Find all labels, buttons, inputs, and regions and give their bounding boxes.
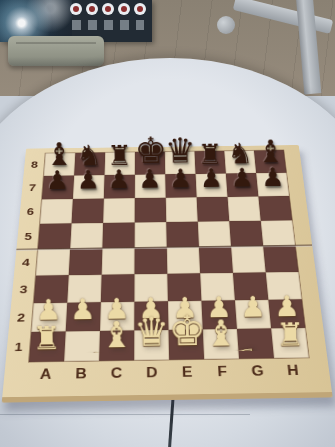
square-d4[interactable] [134,247,167,274]
photo-scene: 87654321 ABCDEFGH ♝♞♜♚♛♜♞♝♟♟♟♟♟♟♟♟♟♟♟♟♟♟… [0,0,335,447]
square-a8[interactable] [44,153,76,176]
circle-icon [118,3,130,15]
board-grid [29,150,309,362]
board-perspective-wrap: 87654321 ABCDEFGH ♝♞♜♚♛♜♞♝♟♟♟♟♟♟♟♟♟♟♟♟♟♟… [2,145,333,402]
square-e6[interactable] [166,197,198,222]
square-d7[interactable] [135,174,166,198]
square-g5[interactable] [229,221,263,247]
square-b1[interactable] [64,331,100,361]
square-e3[interactable] [167,273,201,301]
square-a7[interactable] [42,175,74,199]
circle-icon [134,3,146,15]
square-h4[interactable] [263,246,298,273]
circle-icon [70,3,82,15]
square-f4[interactable] [199,246,233,273]
rank-label-5: 5 [16,224,40,250]
grey-stand [8,36,104,66]
square-b8[interactable] [74,153,105,176]
file-label-c: C [98,361,134,388]
file-label-b: B [63,362,99,389]
square-h5[interactable] [261,220,296,246]
square-b3[interactable] [67,275,101,303]
square-d8[interactable] [135,152,165,175]
square-g3[interactable] [233,272,268,300]
square-d6[interactable] [135,198,167,223]
square-g4[interactable] [231,246,266,273]
file-label-f: F [204,360,241,386]
square-a5[interactable] [38,223,72,249]
rank-label-3: 3 [11,276,36,304]
square-f8[interactable] [195,151,226,174]
square-a4[interactable] [36,249,70,276]
rank-label-6: 6 [19,199,42,224]
square-f7[interactable] [196,173,228,197]
rank-label-4: 4 [14,249,38,276]
square-f6[interactable] [197,197,230,222]
square-d2[interactable] [134,301,168,330]
square-f2[interactable] [201,300,237,329]
file-label-d: D [134,361,170,388]
square-a2[interactable] [31,303,67,332]
square-c4[interactable] [102,248,135,275]
box-fine-print [72,20,144,30]
square-c8[interactable] [105,152,135,175]
square-g2[interactable] [235,300,271,329]
tablecloth-crease [0,414,250,415]
square-g1[interactable] [237,328,274,358]
square-c1[interactable] [99,330,134,360]
square-c5[interactable] [102,222,134,248]
square-e1[interactable] [169,329,205,359]
file-label-e: E [169,360,205,387]
square-d3[interactable] [134,274,168,302]
square-b4[interactable] [69,248,103,275]
square-a1[interactable] [29,331,66,362]
square-b2[interactable] [66,302,101,331]
square-e8[interactable] [165,151,196,174]
square-b7[interactable] [73,175,105,199]
square-g7[interactable] [226,173,259,197]
circle-icon [102,3,114,15]
square-f5[interactable] [198,221,231,247]
file-label-a: A [27,362,64,389]
square-g6[interactable] [228,196,261,221]
board: 87654321 ABCDEFGH ♝♞♜♚♛♜♞♝♟♟♟♟♟♟♟♟♟♟♟♟♟♟… [2,145,333,402]
rank-label-1: 1 [6,332,32,362]
square-c3[interactable] [101,274,135,302]
square-f3[interactable] [200,273,235,301]
square-h7[interactable] [256,173,289,197]
square-h8[interactable] [254,150,286,173]
square-a6[interactable] [40,199,73,224]
square-f1[interactable] [203,329,239,359]
circle-icon [86,3,98,15]
chair-leg-diagonal-bar [233,0,333,34]
square-e5[interactable] [166,222,199,248]
chair-leg-bend [217,16,235,34]
chair-leg-vertical-bar [296,0,322,95]
square-b6[interactable] [72,199,104,224]
square-h1[interactable] [271,328,309,358]
file-labels: ABCDEFGH [27,358,312,388]
rank-label-2: 2 [8,303,33,332]
rank-label-8: 8 [23,153,45,176]
square-g8[interactable] [224,151,256,174]
rank-label-7: 7 [21,176,44,200]
square-e4[interactable] [167,247,200,274]
box-icon-circles [70,3,146,17]
square-h6[interactable] [258,196,292,221]
square-c7[interactable] [104,175,135,199]
file-label-h: H [274,358,312,384]
square-c6[interactable] [103,198,135,223]
square-d1[interactable] [134,330,169,360]
square-d5[interactable] [135,222,167,248]
square-e2[interactable] [168,301,203,330]
square-a3[interactable] [34,275,69,303]
file-label-g: G [239,359,276,385]
square-b5[interactable] [70,223,103,249]
square-h3[interactable] [266,272,302,300]
square-c2[interactable] [100,302,134,331]
square-h2[interactable] [268,299,305,328]
square-e7[interactable] [165,174,196,198]
